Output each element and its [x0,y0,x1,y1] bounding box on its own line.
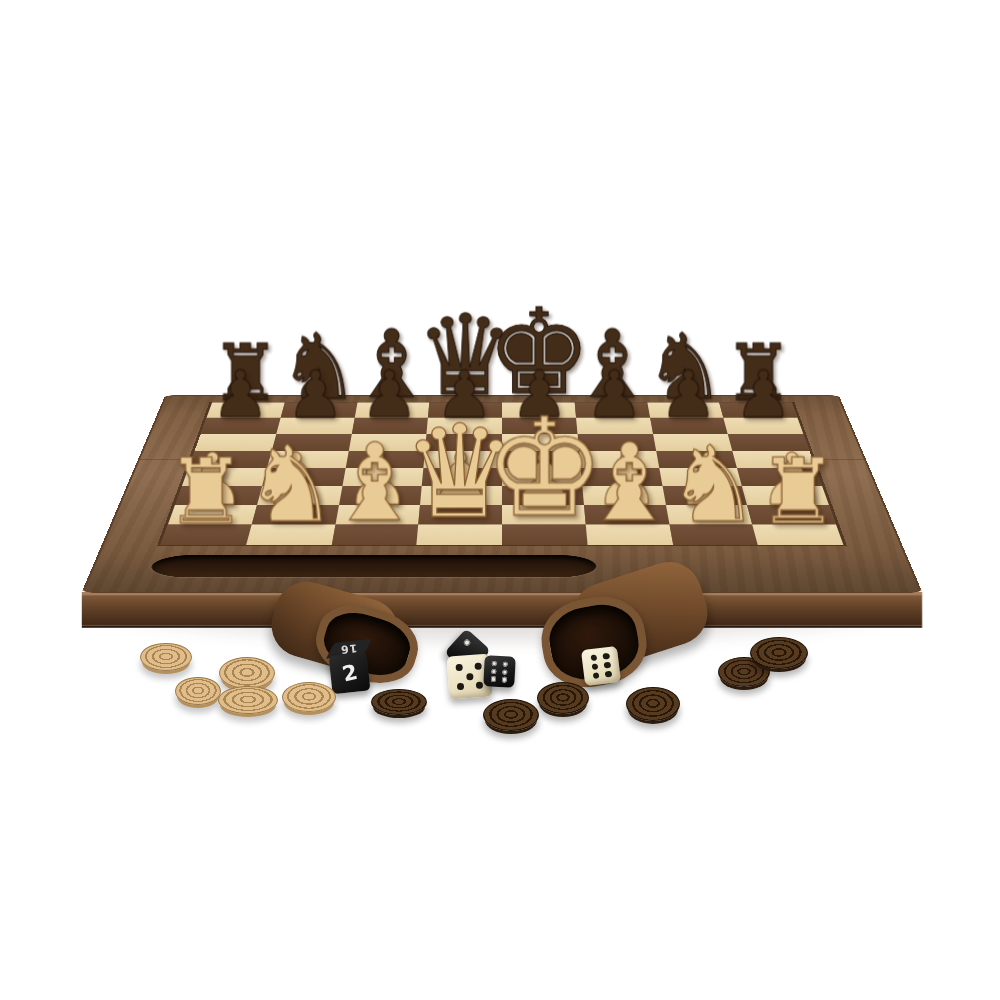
die-pip [463,638,471,646]
die-pip [475,681,483,689]
foreground-items: 16 2 [0,0,1000,1000]
dice-cup-right[interactable] [538,570,708,695]
die-pip [605,671,612,678]
die-black-6[interactable] [483,655,516,688]
die-pip [591,663,598,670]
checker-light-1[interactable] [140,643,192,671]
die-pip [491,660,497,666]
checker-dark-4[interactable] [626,687,680,721]
checker-light-4[interactable] [218,686,278,714]
die-pip [455,663,463,671]
die-pip [491,668,497,674]
die-pip [604,662,611,669]
die-pip [490,676,496,682]
die-white-6[interactable] [581,646,621,686]
doubling-cube-front-value: 2 [340,660,360,687]
die-pip [474,662,482,670]
checker-dark-1[interactable] [371,689,427,715]
checker-dark-3[interactable] [537,682,589,714]
die-pip [603,653,610,660]
checker-dark-6[interactable] [750,637,808,669]
die-pip [501,676,507,682]
doubling-cube-front-face: 2 [329,652,371,694]
die-pip [592,672,599,679]
die-pip [502,661,508,667]
product-photo-stage: ♜♞♝♛♚♝♞♜♟♟♟♟♟♟♟♟♟♟♟♟♟♟♟♟♜♞♝♛♚♝♞♜ 16 2 [0,0,1000,1000]
die-pip [502,669,508,675]
checker-light-2[interactable] [175,677,221,705]
die-pip [456,682,464,690]
die-pip [465,672,473,680]
checker-dark-2[interactable] [483,699,539,731]
checker-light-5[interactable] [282,682,336,712]
die-pip [590,654,597,661]
checker-light-3[interactable] [219,657,275,689]
doubling-cube[interactable]: 16 2 [327,639,376,697]
